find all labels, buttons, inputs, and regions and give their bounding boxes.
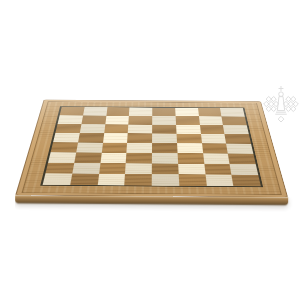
board-squares-grid	[40, 106, 263, 187]
square-r4c1[interactable]	[53, 133, 80, 143]
square-r3c8[interactable]	[223, 125, 249, 134]
square-r8c5[interactable]	[152, 174, 179, 186]
square-r7c5[interactable]	[152, 163, 179, 174]
board-scene	[0, 0, 300, 300]
square-r7c4[interactable]	[125, 163, 152, 174]
square-r4c5[interactable]	[152, 134, 177, 144]
square-r6c8[interactable]	[228, 153, 256, 164]
square-r3c1[interactable]	[55, 124, 81, 133]
square-r4c6[interactable]	[176, 134, 201, 144]
board-front-edge	[15, 195, 288, 205]
square-r8c1[interactable]	[43, 173, 72, 185]
square-r8c8[interactable]	[232, 175, 261, 187]
square-r7c3[interactable]	[99, 163, 126, 174]
chessboard	[15, 100, 288, 198]
square-r4c3[interactable]	[103, 133, 128, 143]
square-r7c8[interactable]	[230, 164, 258, 175]
square-r1c2[interactable]	[83, 107, 107, 115]
board-tilt-wrapper	[0, 0, 300, 300]
square-r8c7[interactable]	[205, 175, 234, 187]
square-r3c5[interactable]	[152, 125, 176, 134]
square-r6c5[interactable]	[152, 153, 178, 164]
square-r4c2[interactable]	[78, 133, 104, 143]
square-r2c7[interactable]	[199, 116, 224, 125]
square-r3c3[interactable]	[104, 124, 129, 133]
square-r8c2[interactable]	[70, 174, 99, 186]
square-r3c4[interactable]	[128, 124, 152, 133]
square-r7c6[interactable]	[178, 163, 205, 174]
square-r4c7[interactable]	[200, 134, 226, 144]
square-r1c6[interactable]	[175, 108, 199, 116]
square-r6c4[interactable]	[126, 153, 152, 164]
square-r3c7[interactable]	[199, 125, 224, 134]
square-r2c4[interactable]	[129, 116, 153, 125]
square-r5c5[interactable]	[152, 143, 177, 153]
square-r7c7[interactable]	[204, 164, 232, 175]
square-r4c8[interactable]	[225, 134, 251, 144]
square-r1c3[interactable]	[106, 107, 130, 115]
square-r7c2[interactable]	[72, 163, 100, 174]
product-photo	[0, 0, 300, 300]
square-r8c4[interactable]	[124, 174, 151, 186]
square-r1c1[interactable]	[60, 107, 85, 115]
square-r1c8[interactable]	[220, 108, 245, 116]
square-r2c2[interactable]	[81, 115, 106, 124]
square-r2c1[interactable]	[58, 115, 83, 124]
watermark-ornament-icon	[263, 84, 299, 124]
square-r3c6[interactable]	[176, 125, 201, 134]
square-r3c2[interactable]	[80, 124, 105, 133]
square-r2c6[interactable]	[175, 116, 199, 125]
square-r4c4[interactable]	[127, 133, 152, 143]
square-r6c7[interactable]	[203, 153, 230, 164]
square-r8c6[interactable]	[178, 174, 206, 186]
square-r7c1[interactable]	[45, 163, 74, 174]
square-r8c3[interactable]	[97, 174, 125, 186]
square-r2c8[interactable]	[222, 116, 247, 125]
square-r1c7[interactable]	[198, 108, 222, 116]
square-r6c2[interactable]	[74, 152, 101, 163]
square-r1c5[interactable]	[152, 108, 175, 116]
square-r2c5[interactable]	[152, 116, 176, 125]
square-r6c3[interactable]	[100, 153, 127, 164]
square-r6c6[interactable]	[177, 153, 204, 164]
square-r1c4[interactable]	[129, 107, 152, 115]
square-r6c1[interactable]	[48, 152, 76, 163]
square-r2c3[interactable]	[105, 116, 129, 125]
